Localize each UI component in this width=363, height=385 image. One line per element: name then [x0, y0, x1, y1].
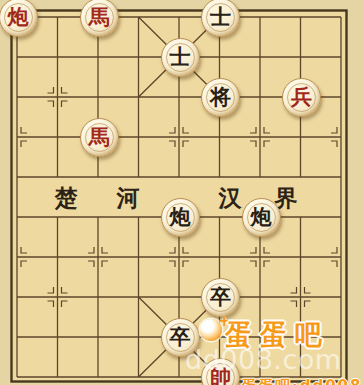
- piece-glyph: 士: [210, 7, 231, 28]
- river-label-he: 河: [117, 183, 140, 214]
- piece-red-horse-1[interactable]: 馬: [80, 0, 119, 37]
- piece-glyph: 炮: [251, 207, 272, 228]
- piece-glyph: 卒: [210, 287, 231, 308]
- watermark-bottom-strip: 蛋蛋吧·dd008.com: [241, 377, 363, 385]
- piece-black-cannon-1[interactable]: 炮: [161, 198, 200, 237]
- river-label-chu: 楚: [55, 183, 78, 214]
- piece-glyph: 馬: [89, 127, 110, 148]
- piece-black-advisor-2[interactable]: 士: [161, 38, 200, 77]
- piece-red-horse-2[interactable]: 馬: [80, 118, 119, 157]
- piece-glyph: 炮: [8, 7, 29, 28]
- piece-glyph: 炮: [170, 207, 191, 228]
- piece-black-cannon-2[interactable]: 炮: [242, 198, 281, 237]
- xiangqi-board-screen: 楚 河 汉 界 炮馬士士将兵馬炮炮卒卒帥 + 蛋蛋吧 dd008.com 蛋蛋吧…: [0, 0, 363, 385]
- piece-black-general[interactable]: 将: [201, 78, 240, 117]
- piece-glyph: 将: [210, 87, 231, 108]
- piece-glyph: 士: [170, 47, 191, 68]
- piece-black-soldier-1[interactable]: 卒: [201, 278, 240, 317]
- watermark-site-url: dd008.com: [185, 344, 342, 375]
- piece-glyph: 兵: [291, 87, 312, 108]
- piece-red-cannon[interactable]: 炮: [0, 0, 38, 37]
- piece-glyph: 馬: [89, 7, 110, 28]
- piece-black-advisor-1[interactable]: 士: [201, 0, 240, 37]
- river-label-han: 汉: [219, 183, 242, 214]
- piece-red-soldier[interactable]: 兵: [282, 78, 321, 117]
